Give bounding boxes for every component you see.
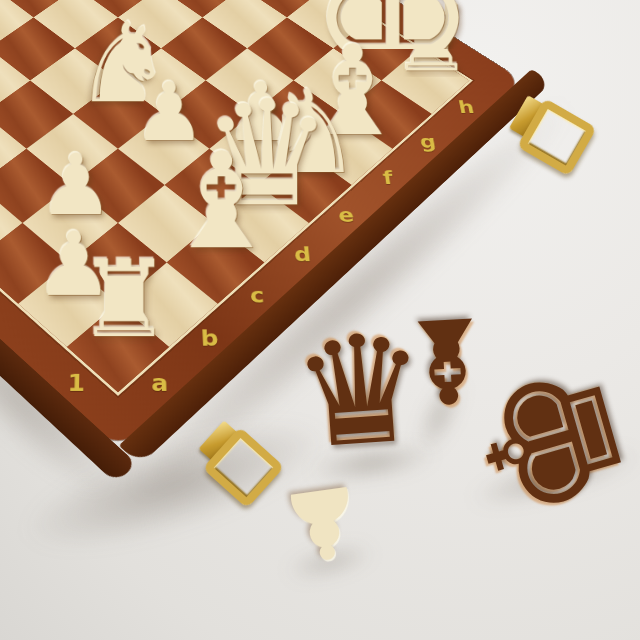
white-pawn-offboard: ♟ bbox=[274, 470, 372, 576]
white-bishop-c1: ♝ bbox=[162, 135, 281, 268]
file-label-b: b bbox=[200, 326, 219, 350]
rank-label-1: 1 bbox=[67, 370, 85, 396]
white-pawn-a4: ♟ bbox=[0, 143, 18, 228]
file-label-f: f bbox=[381, 168, 394, 189]
file-label-a: a bbox=[151, 370, 169, 396]
file-label-g: g bbox=[418, 132, 437, 152]
table-surface: { "game": "chess", "description": "Overh… bbox=[0, 0, 640, 640]
file-label-e: e bbox=[337, 205, 355, 226]
file-label-d: d bbox=[293, 243, 312, 265]
file-label-c: c bbox=[249, 284, 265, 307]
white-rook-a1: ♜ bbox=[76, 246, 172, 353]
